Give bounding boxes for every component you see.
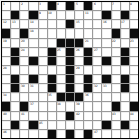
clue-number: 42 [76,112,79,115]
cell-r7-c3[interactable] [20,57,28,65]
cell-r10-c15[interactable] [130,84,138,92]
cell-r6-c14-block [121,48,129,56]
cell-r6-c5[interactable] [39,48,47,56]
cell-r10-c6-block [48,84,56,92]
cell-r1-c4[interactable] [29,2,37,10]
cell-r3-c14[interactable]: 17 [121,20,129,28]
cell-r12-c1-block [2,102,10,110]
cell-r4-c12[interactable] [102,29,110,37]
cell-r9-c6-block [48,75,56,83]
cell-r4-c13-block [112,29,120,37]
cell-r14-c14-block [121,121,129,129]
cell-r15-c9[interactable] [75,130,83,138]
cell-r7-c9[interactable] [75,57,83,65]
cell-r11-c12[interactable] [102,93,110,101]
cell-r2-c14-block [121,11,129,19]
cell-r9-c1[interactable] [2,75,10,83]
clue-number: 29 [76,66,79,69]
cell-r1-c1[interactable]: 1 [2,2,10,10]
cell-r2-c6[interactable]: 10 [48,11,56,19]
cell-r11-c14[interactable] [121,93,129,101]
cell-r10-c5[interactable] [39,84,47,92]
cell-r9-c3[interactable] [20,75,28,83]
clue-number: 19 [3,39,6,42]
cell-r13-c2[interactable] [11,112,19,120]
cell-r6-c8-block [66,48,74,56]
clue-number: 8 [130,2,132,5]
cell-r4-c1-block [2,29,10,37]
cell-r15-c14[interactable] [121,130,129,138]
cell-r6-c7[interactable]: 25 [57,48,65,56]
cell-r4-c6[interactable] [48,29,56,37]
cell-r4-c3-block [20,29,28,37]
clue-number: 18 [30,29,33,32]
cell-r6-c4[interactable] [29,48,37,56]
cell-r8-c8-block [66,66,74,74]
clue-number: 4 [57,2,59,5]
cell-r8-c14[interactable] [121,66,129,74]
cell-r1-c6-block [48,2,56,10]
cell-r1-c8-block [66,2,74,10]
cell-r1-c14[interactable] [121,2,129,10]
cell-r2-c3[interactable] [20,11,28,19]
cell-r10-c11[interactable]: 32 [93,84,101,92]
clue-number: 43 [112,112,115,115]
cell-r3-c8-block [66,20,74,28]
clue-number: 41 [21,112,24,115]
cell-r15-c10-block [84,130,92,138]
cell-r2-c10[interactable]: 11 [84,11,92,19]
cell-r12-c13-block [112,102,120,110]
cell-r8-c5[interactable] [39,66,47,74]
cell-r8-c7[interactable] [57,66,65,74]
cell-r4-c4[interactable]: 18 [29,29,37,37]
cell-r15-c12[interactable] [102,130,110,138]
cell-r8-c11[interactable] [93,66,101,74]
cell-r5-c5[interactable] [39,39,47,47]
cell-r13-c8-block [66,112,74,120]
clue-number: 10 [48,11,51,14]
cell-r5-c15[interactable]: 23 [130,39,138,47]
cell-r3-c1[interactable]: 12 [2,20,10,28]
clue-number: 33 [103,84,106,87]
cell-r14-c15[interactable] [130,121,138,129]
cell-r11-c3[interactable] [20,93,28,101]
cell-r5-c10[interactable]: 21 [84,39,92,47]
cell-r10-c7[interactable] [57,84,65,92]
cell-r11-c6[interactable]: 35 [48,93,56,101]
cell-r4-c2[interactable] [11,29,19,37]
cell-r9-c10-block [84,75,92,83]
cell-r1-c9[interactable]: 5 [75,2,83,10]
clue-number: 12 [3,20,6,23]
cell-r12-c4[interactable]: 37 [29,102,37,110]
cell-r6-c10-block [84,48,92,56]
cell-r15-c4[interactable] [29,130,37,138]
cell-r8-c15[interactable] [130,66,138,74]
cell-r8-c2[interactable] [11,66,19,74]
cell-r6-c1[interactable] [2,48,10,56]
cell-r11-c7-block [57,93,65,101]
cell-r9-c7[interactable] [57,75,65,83]
cell-r5-c2[interactable] [11,39,19,47]
clue-number: 32 [94,84,97,87]
cell-r7-c5[interactable] [39,57,47,65]
cell-r11-c15[interactable] [130,93,138,101]
cell-r12-c8[interactable] [66,102,74,110]
cell-r6-c15[interactable] [130,48,138,56]
cell-r4-c7[interactable] [57,29,65,37]
cell-r6-c11[interactable]: 27 [93,48,101,56]
cell-r7-c2-block [11,57,19,65]
cell-r12-c3-block [20,102,28,110]
cell-r7-c1[interactable] [2,57,10,65]
clue-number: 7 [112,2,114,5]
cell-r1-c15[interactable]: 8 [130,2,138,10]
cell-r9-c8-block [66,75,74,83]
cell-r13-c5[interactable] [39,112,47,120]
cell-r13-c3[interactable]: 41 [20,112,28,120]
cell-r14-c10[interactable] [84,121,92,129]
cell-r7-c6-block [48,57,56,65]
cell-r12-c9[interactable]: 39 [75,102,83,110]
cell-r5-c3[interactable]: 20 [20,39,28,47]
cell-r9-c2-block [11,75,19,83]
cell-r8-c13[interactable] [112,66,120,74]
cell-r11-c8-block [66,93,74,101]
cell-r3-c11[interactable] [93,20,101,28]
cell-r11-c9-block [75,93,83,101]
cell-r7-c15[interactable] [130,57,138,65]
cell-r15-c2[interactable] [11,130,19,138]
cell-r14-c12-block [102,121,110,129]
crossword-board: 1234567891011121314151617181920212223242… [0,0,140,140]
cell-r9-c14-block [121,75,129,83]
cell-r12-c5[interactable] [39,102,47,110]
cell-r10-c12[interactable]: 33 [102,84,110,92]
cell-r12-c7[interactable]: 38 [57,102,65,110]
cell-r6-c6-block [48,48,56,56]
cell-r3-c13[interactable] [112,20,120,28]
clue-number: 23 [130,39,133,42]
clue-number: 6 [94,2,96,5]
cell-r7-c10-block [84,57,92,65]
cell-r14-c6[interactable] [48,121,56,129]
cell-r11-c5[interactable] [39,93,47,101]
clue-number: 27 [94,48,97,51]
cell-r5-c6[interactable] [48,39,56,47]
cell-r8-c9[interactable]: 29 [75,66,83,74]
cell-r14-c3[interactable] [20,121,28,129]
cell-r7-c4-block [29,57,37,65]
clue-number: 1 [3,2,5,5]
clue-number: 35 [48,93,51,96]
cell-r13-c15[interactable]: 44 [130,112,138,120]
cell-r15-c5[interactable] [39,130,47,138]
cell-r7-c12-block [102,57,110,65]
cell-r2-c7[interactable] [57,11,65,19]
clue-number: 30 [21,84,24,87]
cell-r7-c7[interactable] [57,57,65,65]
cell-r10-c14-block [121,84,129,92]
cell-r1-c12[interactable] [102,2,110,10]
clue-number: 14 [30,20,33,23]
cell-r15-c13[interactable] [112,130,120,138]
clue-number: 16 [103,20,106,23]
cell-r2-c9[interactable] [75,11,83,19]
cell-r13-c14[interactable] [121,112,129,120]
cell-r5-c4[interactable] [29,39,37,47]
cell-r10-c10-block [84,84,92,92]
cell-r6-c12[interactable] [102,48,110,56]
cell-r11-c2[interactable] [11,93,19,101]
clue-number: 38 [57,102,60,105]
cell-r9-c4-block [29,75,37,83]
cell-r5-c11[interactable] [93,39,101,47]
cell-r4-c9[interactable] [75,29,83,37]
cell-r9-c11[interactable] [93,75,101,83]
cell-r7-c13[interactable] [112,57,120,65]
cell-r3-c4[interactable]: 14 [29,20,37,28]
clue-number: 46 [3,130,6,133]
cell-r11-c10[interactable]: 36 [84,93,92,101]
clue-number: 22 [112,39,115,42]
cell-r10-c4[interactable]: 31 [29,84,37,92]
cell-r10-c2-block [11,84,19,92]
cell-r6-c3[interactable]: 24 [20,48,28,56]
cell-r13-c4[interactable] [29,112,37,120]
cell-r4-c15-block [130,29,138,37]
cell-r10-c1[interactable] [2,84,10,92]
cell-r8-c4[interactable] [29,66,37,74]
cell-r15-c3[interactable] [20,130,28,138]
cell-r2-c13[interactable] [112,11,120,19]
cell-r5-c9-block [75,39,83,47]
cell-r2-c11[interactable] [93,11,101,19]
cell-r3-c9[interactable]: 15 [75,20,83,28]
cell-r1-c7[interactable]: 4 [57,2,65,10]
cell-r13-c7[interactable] [57,112,65,120]
cell-r2-c1[interactable] [2,11,10,19]
cell-r12-c15-block [130,102,138,110]
cell-r3-c3[interactable] [20,20,28,28]
cell-r13-c9[interactable]: 42 [75,112,83,120]
clue-number: 9 [39,11,41,14]
cell-r3-c15[interactable] [130,20,138,28]
cell-r13-c11[interactable] [93,112,101,120]
clue-number: 39 [76,102,79,105]
cell-r4-c5[interactable] [39,29,47,37]
cell-r14-c4-block [29,121,37,129]
cell-r8-c10[interactable] [84,66,92,74]
cell-r14-c11[interactable] [93,121,101,129]
cell-r2-c12-block [102,11,110,19]
cell-r2-c4-block [29,11,37,19]
cell-r7-c11[interactable] [93,57,101,65]
cell-r12-c14[interactable] [121,102,129,110]
cell-r6-c2-block [11,48,19,56]
cell-r5-c14[interactable] [121,39,129,47]
cell-r2-c5[interactable]: 9 [39,11,47,19]
cell-r9-c9[interactable] [75,75,83,83]
cell-r3-c6[interactable] [48,20,56,28]
clue-number: 5 [76,2,78,5]
cell-r13-c13[interactable]: 43 [112,112,120,120]
clue-number: 11 [85,11,88,14]
cell-r14-c5[interactable]: 45 [39,121,47,129]
cell-r14-c1[interactable] [2,121,10,129]
cell-r1-c3[interactable]: 2 [20,2,28,10]
clue-number: 26 [76,48,79,51]
cell-r1-c11[interactable]: 6 [93,2,101,10]
cell-r4-c8[interactable] [66,29,74,37]
cell-r10-c8-block [66,84,74,92]
cell-r13-c10[interactable] [84,112,92,120]
cell-r15-c11[interactable]: 47 [93,130,101,138]
cell-r11-c13[interactable] [112,93,120,101]
clue-number: 21 [85,39,88,42]
cell-r12-c12[interactable] [102,102,110,110]
clue-number: 15 [76,20,79,23]
cell-r10-c9[interactable] [75,84,83,92]
cell-r13-c12[interactable] [102,112,110,120]
cell-r11-c11[interactable] [93,93,101,101]
clue-number: 25 [57,48,60,51]
cell-r10-c3[interactable]: 30 [20,84,28,92]
clue-number: 37 [30,102,33,105]
cell-r11-c4[interactable] [29,93,37,101]
cell-r7-c8-block [66,57,74,65]
cell-r5-c1[interactable]: 19 [2,39,10,47]
cell-r12-c6[interactable] [48,102,56,110]
cell-r3-c2[interactable]: 13 [11,20,19,28]
cell-r1-c13[interactable]: 7 [112,2,120,10]
cell-r11-c1[interactable]: 34 [2,93,10,101]
cell-r3-c12[interactable]: 16 [102,20,110,28]
clue-number: 44 [130,112,133,115]
cell-r7-c14-block [121,57,129,65]
cell-r15-c7[interactable] [57,130,65,138]
cell-r12-c2[interactable] [11,102,19,110]
crossword-grid: 1234567891011121314151617181920212223242… [1,1,139,139]
cell-r3-c5[interactable] [39,20,47,28]
clue-number: 36 [85,93,88,96]
clue-number: 24 [21,48,24,51]
cell-r2-c2-block [11,11,19,19]
cell-r14-c2-block [11,121,19,129]
cell-r13-c1[interactable]: 40 [2,112,10,120]
cell-r9-c15[interactable] [130,75,138,83]
cell-r9-c5[interactable] [39,75,47,83]
cell-r10-c13[interactable] [112,84,120,92]
cell-r8-c6[interactable] [48,66,56,74]
cell-r2-c15[interactable] [130,11,138,19]
cell-r1-c5[interactable]: 3 [39,2,47,10]
cell-r9-c13[interactable] [112,75,120,83]
cell-r15-c6-block [48,130,56,138]
cell-r5-c7-block [57,39,65,47]
cell-r4-c14[interactable] [121,29,129,37]
cell-r6-c9[interactable]: 26 [75,48,83,56]
cell-r13-c6[interactable] [48,112,56,120]
cell-r2-c8[interactable] [66,11,74,19]
cell-r5-c13[interactable]: 22 [112,39,120,47]
cell-r12-c10[interactable] [84,102,92,110]
cell-r15-c15[interactable] [130,130,138,138]
clue-number: 13 [12,20,15,23]
cell-r14-c9[interactable] [75,121,83,129]
clue-number: 31 [30,84,33,87]
cell-r1-c10-block [84,2,92,10]
cell-r15-c8-block [66,130,74,138]
clue-number: 3 [39,2,41,5]
clue-number: 17 [121,20,124,23]
cell-r6-c13[interactable] [112,48,120,56]
cell-r12-c11[interactable] [93,102,101,110]
cell-r1-c2[interactable] [11,2,19,10]
clue-number: 47 [94,130,97,133]
clue-number: 28 [3,66,6,69]
cell-r14-c13[interactable] [112,121,120,129]
clue-number: 34 [3,93,6,96]
cell-r9-c12-block [102,75,110,83]
cell-r4-c11[interactable] [93,29,101,37]
clue-number: 20 [21,39,24,42]
cell-r15-c1[interactable]: 46 [2,130,10,138]
cell-r8-c1[interactable]: 28 [2,66,10,74]
cell-r3-c7[interactable] [57,20,65,28]
cell-r5-c12[interactable] [102,39,110,47]
cell-r14-c7[interactable] [57,121,65,129]
cell-r14-c8[interactable] [66,121,74,129]
cell-r3-c10[interactable] [84,20,92,28]
cell-r4-c10[interactable] [84,29,92,37]
clue-number: 2 [21,2,23,5]
clue-number: 40 [3,112,6,115]
cell-r8-c12[interactable] [102,66,110,74]
cell-r8-c3[interactable] [20,66,28,74]
clue-number: 45 [39,121,42,124]
cell-r5-c8-block [66,39,74,47]
